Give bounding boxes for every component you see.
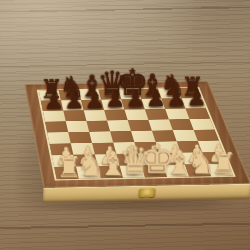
piece-contact-shadow bbox=[124, 172, 143, 177]
folding-chess-box: ♜♞♝♛♚♝♞♜♟♟♟♟♟♟♟♟♟♟♟♟♟♟♟♟♜♞♝♛♚♝♞♜ bbox=[24, 81, 250, 188]
square-a4 bbox=[47, 132, 71, 144]
board-grid: ♜♞♝♛♚♝♞♜♟♟♟♟♟♟♟♟♟♟♟♟♟♟♟♟♜♞♝♛♚♝♞♜ bbox=[37, 87, 236, 180]
square-h2: ♟ bbox=[202, 152, 228, 164]
square-a2: ♟ bbox=[52, 155, 76, 167]
piece-contact-shadow bbox=[80, 173, 99, 178]
brass-latch-icon bbox=[138, 188, 156, 197]
piece-contact-shadow bbox=[102, 173, 121, 178]
square-a3 bbox=[50, 143, 74, 155]
piece-contact-shadow bbox=[207, 159, 226, 164]
piece-contact-shadow bbox=[211, 171, 231, 176]
square-c8: ♝ bbox=[79, 90, 102, 100]
square-h1: ♜ bbox=[207, 164, 234, 176]
square-f7: ♟ bbox=[141, 99, 165, 110]
square-a8: ♜ bbox=[39, 90, 61, 100]
square-h3 bbox=[198, 141, 224, 153]
square-a7: ♟ bbox=[41, 100, 64, 111]
square-h7: ♟ bbox=[182, 98, 206, 109]
square-c4 bbox=[89, 131, 113, 143]
square-h8: ♜ bbox=[178, 88, 202, 98]
square-b5 bbox=[66, 121, 89, 132]
square-c7: ♟ bbox=[81, 100, 104, 111]
piece-contact-shadow bbox=[168, 171, 187, 176]
perspective-wrapper: ♜♞♝♛♚♝♞♜♟♟♟♟♟♟♟♟♟♟♟♟♟♟♟♟♜♞♝♛♚♝♞♜ bbox=[33, 33, 229, 229]
piece-contact-shadow bbox=[146, 172, 165, 177]
piece-contact-shadow bbox=[58, 174, 77, 179]
square-g3 bbox=[177, 141, 202, 153]
square-c6 bbox=[84, 110, 107, 121]
piece-contact-shadow bbox=[77, 161, 96, 166]
box-front-edge bbox=[43, 184, 250, 203]
square-b8: ♞ bbox=[59, 90, 81, 100]
square-c3 bbox=[92, 143, 116, 155]
square-b2: ♟ bbox=[73, 154, 97, 166]
square-c1: ♝ bbox=[98, 166, 123, 179]
piece-contact-shadow bbox=[189, 171, 208, 176]
piece-contact-shadow bbox=[164, 159, 183, 164]
square-c2: ♟ bbox=[95, 154, 120, 166]
square-a6 bbox=[43, 111, 66, 122]
chess-board: ♜♞♝♛♚♝♞♜♟♟♟♟♟♟♟♟♟♟♟♟♟♟♟♟♜♞♝♛♚♝♞♜ bbox=[24, 81, 250, 188]
piece-contact-shadow bbox=[99, 161, 118, 166]
square-c5 bbox=[86, 121, 110, 132]
square-b7: ♟ bbox=[61, 100, 84, 111]
square-d1: ♛ bbox=[120, 165, 145, 178]
chess-set-product-photo: ♜♞♝♛♚♝♞♜♟♟♟♟♟♟♟♟♟♟♟♟♟♟♟♟♜♞♝♛♚♝♞♜ bbox=[0, 0, 250, 250]
square-b3 bbox=[71, 143, 95, 155]
square-a5 bbox=[45, 121, 68, 132]
square-b1: ♞ bbox=[76, 166, 101, 179]
piece-contact-shadow bbox=[55, 162, 74, 167]
square-b4 bbox=[68, 132, 92, 144]
square-h4 bbox=[194, 129, 219, 140]
square-g2: ♟ bbox=[181, 152, 207, 164]
piece-contact-shadow bbox=[120, 160, 139, 165]
latch-pin bbox=[143, 194, 150, 199]
square-h6 bbox=[185, 108, 210, 119]
square-h5 bbox=[189, 119, 214, 130]
square-b6 bbox=[63, 110, 86, 121]
square-a1: ♜ bbox=[54, 167, 79, 180]
